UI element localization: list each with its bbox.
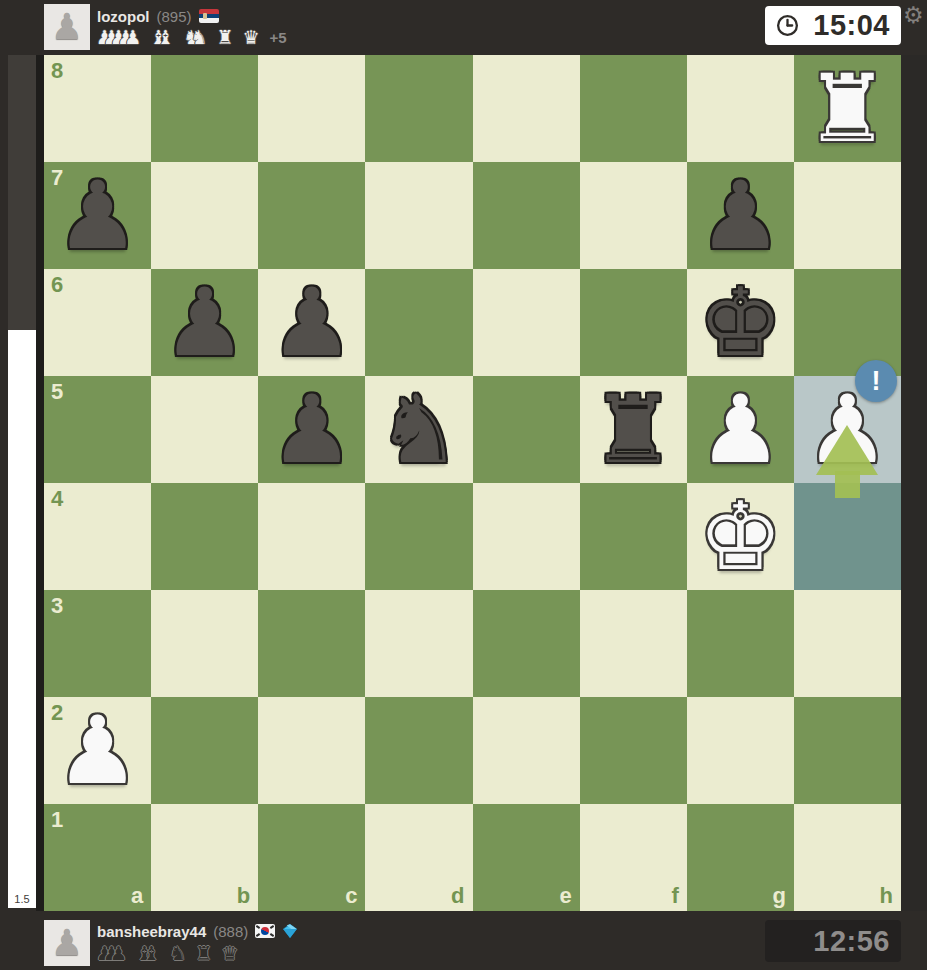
- rank-label-6: 6: [51, 274, 63, 296]
- white-king-g4[interactable]: ♚: [687, 483, 794, 590]
- evaluation-bar: 1.5: [8, 55, 36, 908]
- captured-bishop-icon: ♝: [157, 27, 174, 47]
- file-label-b: b: [237, 885, 250, 907]
- square-b5[interactable]: [151, 376, 258, 483]
- square-a2[interactable]: 2♟: [44, 697, 151, 804]
- file-label-e: e: [559, 885, 571, 907]
- rank-label-8: 8: [51, 60, 63, 82]
- captured-pawn-icon: ♟: [110, 943, 127, 963]
- square-e8[interactable]: [473, 55, 580, 162]
- captured-rook-group: ♜: [216, 27, 233, 47]
- captured-rook-icon: ♜: [216, 27, 233, 47]
- square-d7[interactable]: [365, 162, 472, 269]
- square-c1[interactable]: c: [258, 804, 365, 911]
- captured-bishop-group: ♝♝: [150, 27, 174, 47]
- square-h3[interactable]: [794, 590, 901, 697]
- square-d2[interactable]: [365, 697, 472, 804]
- avatar-pawn-icon: ♟: [51, 9, 83, 45]
- square-d8[interactable]: [365, 55, 472, 162]
- black-pawn-c6[interactable]: ♟: [258, 269, 365, 376]
- square-h8[interactable]: ♜: [794, 55, 901, 162]
- captured-bishop-group: ♝♝: [136, 943, 160, 963]
- file-label-g: g: [772, 885, 785, 907]
- square-c5[interactable]: ♟: [258, 376, 365, 483]
- square-d4[interactable]: [365, 483, 472, 590]
- white-pawn-a2[interactable]: ♟: [44, 697, 151, 804]
- top-player-rating: (895): [157, 8, 192, 25]
- captured-queen-icon: ♛: [221, 943, 238, 963]
- square-h2[interactable]: [794, 697, 901, 804]
- black-king-g6[interactable]: ♚: [687, 269, 794, 376]
- captured-queen-group: ♛: [221, 943, 238, 963]
- square-f5[interactable]: ♜: [580, 376, 687, 483]
- square-a6[interactable]: 6: [44, 269, 151, 376]
- square-f8[interactable]: [580, 55, 687, 162]
- bottom-player-clock: 12:56: [765, 920, 901, 962]
- material-advantage: +5: [270, 29, 287, 46]
- square-b4[interactable]: [151, 483, 258, 590]
- black-pawn-g7[interactable]: ♟: [687, 162, 794, 269]
- square-g3[interactable]: [687, 590, 794, 697]
- evaluation-bar-container: 1.5: [0, 55, 44, 911]
- rank-label-1: 1: [51, 809, 63, 831]
- black-pawn-a7[interactable]: ♟: [44, 162, 151, 269]
- file-label-d: d: [451, 885, 464, 907]
- file-label-a: a: [131, 885, 143, 907]
- rank-label-5: 5: [51, 381, 63, 403]
- square-g4[interactable]: ♚: [687, 483, 794, 590]
- square-g7[interactable]: ♟: [687, 162, 794, 269]
- square-f6[interactable]: [580, 269, 687, 376]
- top-player-info: lozopol (895): [97, 7, 219, 25]
- square-e2[interactable]: [473, 697, 580, 804]
- top-player-bar: ♟ lozopol (895) ♟♟♟♟♟♝♝♞♞♜♛+5 15:04 ⚙: [0, 0, 927, 55]
- square-e4[interactable]: [473, 483, 580, 590]
- captured-queen-group: ♛: [242, 27, 259, 47]
- south-korea-flag-icon: [255, 924, 275, 938]
- great-move-badge: !: [855, 360, 897, 402]
- bottom-clock-time: 12:56: [765, 925, 901, 958]
- square-c3[interactable]: [258, 590, 365, 697]
- top-player-name[interactable]: lozopol: [97, 8, 150, 25]
- square-b7[interactable]: [151, 162, 258, 269]
- avatar-pawn-icon: ♟: [51, 925, 83, 961]
- white-pawn-g5[interactable]: ♟: [687, 376, 794, 483]
- square-c4[interactable]: [258, 483, 365, 590]
- square-f3[interactable]: [580, 590, 687, 697]
- black-pawn-c5[interactable]: ♟: [258, 376, 365, 483]
- captured-pawn-icon: ♟: [124, 27, 141, 47]
- top-player-avatar[interactable]: ♟: [44, 4, 90, 50]
- captured-queen-icon: ♛: [242, 27, 259, 47]
- square-c6[interactable]: ♟: [258, 269, 365, 376]
- top-player-clock: 15:04: [765, 6, 901, 45]
- rank-label-4: 4: [51, 488, 63, 510]
- square-b2[interactable]: [151, 697, 258, 804]
- white-rook-h8[interactable]: ♜: [794, 55, 901, 162]
- square-g2[interactable]: [687, 697, 794, 804]
- bottom-player-avatar[interactable]: ♟: [44, 920, 90, 966]
- square-e6[interactable]: [473, 269, 580, 376]
- square-a1[interactable]: 1a: [44, 804, 151, 911]
- square-d5[interactable]: ♞: [365, 376, 472, 483]
- square-a8[interactable]: 8: [44, 55, 151, 162]
- bottom-captured-pieces-tray: ♟♟♟♝♝♞♜♛: [96, 943, 238, 963]
- square-b6[interactable]: ♟: [151, 269, 258, 376]
- square-f7[interactable]: [580, 162, 687, 269]
- square-c8[interactable]: [258, 55, 365, 162]
- black-knight-d5[interactable]: ♞: [365, 376, 472, 483]
- captured-knight-group: ♞: [169, 943, 186, 963]
- square-g8[interactable]: [687, 55, 794, 162]
- square-b3[interactable]: [151, 590, 258, 697]
- square-d6[interactable]: [365, 269, 472, 376]
- top-captured-pieces-tray: ♟♟♟♟♟♝♝♞♞♜♛+5: [96, 27, 287, 47]
- move-arrow-head: [816, 425, 878, 475]
- square-h6[interactable]: [794, 269, 901, 376]
- square-h1[interactable]: h: [794, 804, 901, 911]
- square-c2[interactable]: [258, 697, 365, 804]
- top-clock-time: 15:04: [800, 9, 901, 42]
- square-a7[interactable]: 7♟: [44, 162, 151, 269]
- bottom-player-rating: (888): [213, 923, 248, 940]
- square-a5[interactable]: 5: [44, 376, 151, 483]
- square-c7[interactable]: [258, 162, 365, 269]
- captured-pawn-group: ♟♟♟♟♟: [96, 27, 141, 47]
- bottom-player-info: bansheebray44 (888): [97, 922, 298, 940]
- rank-label-3: 3: [51, 595, 63, 617]
- file-label-h: h: [880, 885, 893, 907]
- clock-icon: [775, 13, 800, 38]
- square-f2[interactable]: [580, 697, 687, 804]
- file-label-f: f: [671, 885, 678, 907]
- bottom-player-name[interactable]: bansheebray44: [97, 923, 206, 940]
- square-b1[interactable]: b: [151, 804, 258, 911]
- square-b8[interactable]: [151, 55, 258, 162]
- square-a3[interactable]: 3: [44, 590, 151, 697]
- serbia-flag-icon: [199, 9, 219, 23]
- black-rook-f5[interactable]: ♜: [580, 376, 687, 483]
- board-left-shadow: [36, 55, 44, 911]
- chess-board: 8♜7♟♟6♟♟♚5♟♞♜♟♟4♚32♟1abcdefgh!: [44, 55, 901, 911]
- captured-rook-icon: ♜: [195, 943, 212, 963]
- square-g1[interactable]: g: [687, 804, 794, 911]
- captured-knight-icon: ♞: [190, 27, 207, 47]
- square-d1[interactable]: d: [365, 804, 472, 911]
- square-e3[interactable]: [473, 590, 580, 697]
- captured-knight-group: ♞♞: [183, 27, 207, 47]
- square-f1[interactable]: f: [580, 804, 687, 911]
- square-h7[interactable]: [794, 162, 901, 269]
- square-e7[interactable]: [473, 162, 580, 269]
- file-label-c: c: [345, 885, 357, 907]
- black-pawn-b6[interactable]: ♟: [151, 269, 258, 376]
- captured-pawn-group: ♟♟♟: [96, 943, 127, 963]
- diamond-membership-icon: [282, 923, 298, 939]
- square-h4[interactable]: [794, 483, 901, 590]
- move-arrow-stem: [835, 471, 860, 498]
- square-d3[interactable]: [365, 590, 472, 697]
- square-g5[interactable]: ♟: [687, 376, 794, 483]
- captured-knight-icon: ♞: [169, 943, 186, 963]
- square-g6[interactable]: ♚: [687, 269, 794, 376]
- evaluation-value: 1.5: [8, 893, 36, 905]
- square-f4[interactable]: [580, 483, 687, 590]
- evaluation-bar-black-section: [8, 55, 36, 330]
- square-a4[interactable]: 4: [44, 483, 151, 590]
- square-e5[interactable]: [473, 376, 580, 483]
- captured-rook-group: ♜: [195, 943, 212, 963]
- settings-gear-icon[interactable]: ⚙: [903, 2, 924, 28]
- square-e1[interactable]: e: [473, 804, 580, 911]
- captured-bishop-icon: ♝: [143, 943, 160, 963]
- bottom-player-bar: ♟ bansheebray44 (888) ♟♟♟♝♝♞♜♛ 12:56: [0, 911, 927, 970]
